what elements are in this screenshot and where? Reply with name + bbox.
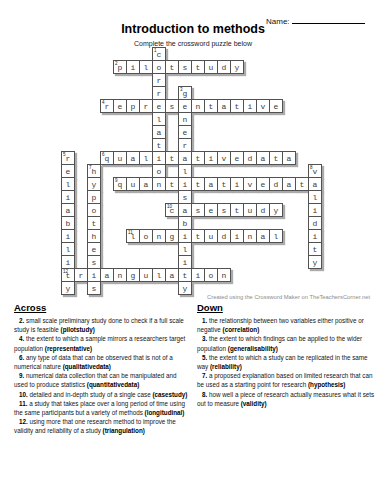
- cell-letter: n: [118, 272, 123, 280]
- cell-letter: l: [66, 181, 71, 189]
- cell-letter: s: [183, 194, 188, 202]
- clue-number: 3: [180, 87, 183, 92]
- cell-letter: s: [92, 285, 97, 293]
- grid-cell-r8c9[interactable]: a: [178, 151, 192, 165]
- cell-letter: s: [170, 103, 175, 111]
- grid-cell-r10c9[interactable]: i: [178, 177, 192, 191]
- grid-cell-r4c9[interactable]: e: [178, 99, 192, 113]
- clue-number: 8: [310, 165, 313, 170]
- grid-cell-r3c9[interactable]: 3g: [178, 86, 192, 100]
- cell-letter: p: [118, 64, 123, 72]
- cell-letter: p: [131, 103, 136, 111]
- grid-cell-r2c7[interactable]: r: [152, 73, 166, 87]
- cell-letter: t: [209, 103, 214, 111]
- across-heading: Across: [14, 302, 189, 313]
- cell-letter: u: [248, 207, 253, 215]
- grid-cell-r14c2[interactable]: h: [87, 229, 101, 243]
- cell-letter: e: [209, 207, 214, 215]
- grid-cell-r17c7[interactable]: l: [152, 268, 166, 282]
- cell-letter: b: [66, 220, 71, 228]
- cell-letter: t: [157, 142, 162, 150]
- grid-cell-r10c16[interactable]: d: [269, 177, 283, 191]
- across-clue-12: 12. using more that one research method …: [14, 417, 189, 435]
- cell-letter: i: [131, 64, 136, 72]
- cell-letter: u: [118, 155, 123, 163]
- cell-letter: l: [183, 246, 188, 254]
- cell-letter: y: [92, 181, 97, 189]
- cell-letter: i: [235, 181, 240, 189]
- grid-cell-r1c9[interactable]: s: [178, 60, 192, 74]
- across-clue-11: 11. a study that takes place over a long…: [14, 399, 189, 417]
- grid-cell-r14c8[interactable]: g: [165, 229, 179, 243]
- grid-cell-r17c11[interactable]: o: [204, 268, 218, 282]
- grid-cell-r9c0[interactable]: e: [61, 164, 75, 178]
- grid-cell-r16c9[interactable]: i: [178, 255, 192, 269]
- cell-letter: r: [66, 155, 71, 163]
- grid-cell-r8c6[interactable]: l: [139, 151, 153, 165]
- cell-letter: e: [118, 103, 123, 111]
- clue-number: 1: [154, 48, 157, 53]
- cell-letter: l: [313, 194, 318, 202]
- down-clue-list: 1. the relationship between two variable…: [197, 316, 375, 408]
- cell-letter: t: [196, 233, 201, 241]
- grid-cell-r5c7[interactable]: l: [152, 112, 166, 126]
- grid-cell-r4c7[interactable]: e: [152, 99, 166, 113]
- grid-cell-r1c11[interactable]: u: [204, 60, 218, 74]
- grid-cell-r8c0[interactable]: 5r: [61, 151, 75, 165]
- cell-letter: u: [209, 233, 214, 241]
- grid-cell-r8c5[interactable]: a: [126, 151, 140, 165]
- cell-letter: l: [66, 246, 71, 254]
- cell-letter: y: [313, 259, 318, 267]
- grid-cell-r12c13[interactable]: t: [230, 203, 244, 217]
- grid-cell-r11c2[interactable]: p: [87, 190, 101, 204]
- cell-letter: r: [105, 103, 110, 111]
- grid-cell-r15c0[interactable]: l: [61, 242, 75, 256]
- grid-cell-r15c2[interactable]: e: [87, 242, 101, 256]
- cell-letter: t: [170, 181, 175, 189]
- cell-letter: i: [183, 259, 188, 267]
- grid-cell-r13c9[interactable]: b: [178, 216, 192, 230]
- cell-letter: l: [144, 155, 149, 163]
- cell-letter: y: [235, 64, 240, 72]
- grid-cell-r1c10[interactable]: t: [191, 60, 205, 74]
- grid-cell-r8c12[interactable]: v: [217, 151, 231, 165]
- cell-letter: d: [261, 207, 266, 215]
- cell-letter: o: [157, 64, 162, 72]
- cell-letter: l: [157, 272, 162, 280]
- across-clue-list: 2. small scale preliminary study done to…: [14, 316, 189, 436]
- cell-letter: s: [196, 207, 201, 215]
- grid-cell-r17c5[interactable]: g: [126, 268, 140, 282]
- cell-letter: o: [209, 272, 214, 280]
- cell-letter: v: [248, 181, 253, 189]
- grid-cell-r14c9[interactable]: i: [178, 229, 192, 243]
- grid-cell-r9c9[interactable]: l: [178, 164, 192, 178]
- cell-letter: h: [92, 233, 97, 241]
- credit-line: Created using the Crossword Maker on The…: [197, 294, 370, 300]
- cell-letter: a: [183, 155, 188, 163]
- grid-cell-r4c5[interactable]: p: [126, 99, 140, 113]
- cell-letter: n: [222, 272, 227, 280]
- cell-letter: y: [274, 207, 279, 215]
- grid-cell-r4c4[interactable]: e: [113, 99, 127, 113]
- grid-cell-r18c2[interactable]: s: [87, 281, 101, 295]
- cell-letter: a: [222, 103, 227, 111]
- cell-letter: d: [222, 64, 227, 72]
- grid-cell-r14c7[interactable]: n: [152, 229, 166, 243]
- grid-cell-r17c4[interactable]: n: [113, 268, 127, 282]
- cell-letter: a: [287, 181, 292, 189]
- grid-cell-r10c2[interactable]: y: [87, 177, 101, 191]
- cell-letter: a: [105, 272, 110, 280]
- grid-cell-r1c6[interactable]: l: [139, 60, 153, 74]
- cell-letter: i: [157, 155, 162, 163]
- cell-letter: t: [170, 64, 175, 72]
- cell-letter: g: [183, 90, 188, 98]
- across-section: Across 2. small scale preliminary study …: [14, 302, 189, 436]
- across-clue-4: 4. the extent to which a sample mirrors …: [14, 334, 189, 352]
- down-clue-8: 8. how well a piece of research actually…: [197, 390, 375, 408]
- cell-letter: n: [157, 233, 162, 241]
- cell-letter: g: [170, 233, 175, 241]
- grid-cell-r14c14[interactable]: n: [243, 229, 257, 243]
- cell-letter: d: [222, 233, 227, 241]
- grid-cell-r8c3[interactable]: 6q: [100, 151, 114, 165]
- down-section: Down 1. the relationship between two var…: [197, 302, 375, 408]
- grid-cell-r17c10[interactable]: i: [191, 268, 205, 282]
- clue-number: 7: [89, 165, 92, 170]
- grid-cell-r17c3[interactable]: a: [100, 268, 114, 282]
- cell-letter: s: [92, 259, 97, 267]
- clue-number: 6: [102, 152, 105, 157]
- grid-cell-r12c11[interactable]: e: [204, 203, 218, 217]
- cell-letter: t: [313, 246, 318, 254]
- cell-letter: t: [235, 207, 240, 215]
- grid-cell-r10c12[interactable]: t: [217, 177, 231, 191]
- grid-cell-r12c14[interactable]: u: [243, 203, 257, 217]
- grid-cell-r12c2[interactable]: o: [87, 203, 101, 217]
- cell-letter: i: [196, 272, 201, 280]
- grid-cell-r17c6[interactable]: u: [139, 268, 153, 282]
- across-clue-10: 10. detailed and in-depth study of a sin…: [14, 390, 189, 399]
- grid-cell-r13c0[interactable]: b: [61, 216, 75, 230]
- grid-cell-r6c9[interactable]: e: [178, 125, 192, 139]
- cell-letter: a: [170, 272, 175, 280]
- grid-cell-r17c9[interactable]: t: [178, 268, 192, 282]
- cell-letter: i: [66, 194, 71, 202]
- across-clue-9: 9. numerical data collection that can be…: [14, 371, 189, 389]
- grid-cell-r11c0[interactable]: i: [61, 190, 75, 204]
- grid-cell-r3c7[interactable]: r: [152, 86, 166, 100]
- cell-letter: i: [209, 155, 214, 163]
- grid-cell-r10c18[interactable]: t: [295, 177, 309, 191]
- down-heading: Down: [197, 302, 375, 313]
- cell-letter: i: [313, 207, 318, 215]
- cell-letter: u: [131, 181, 136, 189]
- cell-letter: a: [261, 155, 266, 163]
- grid-cell-r8c11[interactable]: i: [204, 151, 218, 165]
- cell-letter: l: [157, 116, 162, 124]
- grid-cell-r14c19[interactable]: i: [308, 229, 322, 243]
- cell-letter: l: [144, 64, 149, 72]
- grid-cell-r18c9[interactable]: y: [178, 281, 192, 295]
- grid-cell-r8c4[interactable]: u: [113, 151, 127, 165]
- grid-cell-r17c12[interactable]: n: [217, 268, 231, 282]
- cell-letter: i: [66, 259, 71, 267]
- grid-cell-r12c16[interactable]: y: [269, 203, 283, 217]
- cell-letter: i: [66, 233, 71, 241]
- cell-letter: c: [157, 51, 162, 59]
- cell-letter: v: [313, 168, 318, 176]
- grid-cell-r7c7[interactable]: t: [152, 138, 166, 152]
- cell-letter: e: [157, 103, 162, 111]
- cell-letter: a: [209, 181, 214, 189]
- cell-letter: t: [196, 64, 201, 72]
- grid-cell-r1c12[interactable]: d: [217, 60, 231, 74]
- grid-cell-r17c2[interactable]: i: [87, 268, 101, 282]
- grid-cell-r15c9[interactable]: l: [178, 242, 192, 256]
- grid-cell-r8c17[interactable]: a: [282, 151, 296, 165]
- cell-letter: i: [183, 233, 188, 241]
- cell-letter: l: [274, 233, 279, 241]
- grid-cell-r9c19[interactable]: 8v: [308, 164, 322, 178]
- grid-cell-r14c11[interactable]: u: [204, 229, 218, 243]
- cell-letter: e: [92, 246, 97, 254]
- cell-letter: r: [183, 142, 188, 150]
- cell-letter: v: [222, 155, 227, 163]
- grid-cell-r0c7[interactable]: 1c: [152, 47, 166, 61]
- cell-letter: h: [92, 168, 97, 176]
- grid-cell-r14c13[interactable]: i: [230, 229, 244, 243]
- grid-cell-r8c15[interactable]: a: [256, 151, 270, 165]
- cell-letter: u: [144, 272, 149, 280]
- cell-letter: r: [79, 272, 84, 280]
- worksheet-page: { "game": "crossword", "header": { "name…: [0, 0, 386, 500]
- grid-cell-r4c11[interactable]: t: [204, 99, 218, 113]
- grid-cell-r9c7[interactable]: o: [152, 164, 166, 178]
- grid-cell-r12c8[interactable]: 10c: [165, 203, 179, 217]
- grid-cell-r15c19[interactable]: t: [308, 242, 322, 256]
- cell-letter: q: [105, 155, 110, 163]
- cell-letter: o: [92, 207, 97, 215]
- down-clue-5: 5. the extent to which a study can be re…: [197, 353, 375, 371]
- down-clue-7: 7. a proposed explanation based on limit…: [197, 371, 375, 389]
- cell-letter: t: [300, 181, 305, 189]
- cell-letter: n: [196, 103, 201, 111]
- cell-letter: r: [144, 103, 149, 111]
- cell-letter: n: [248, 233, 253, 241]
- cell-letter: a: [313, 181, 318, 189]
- cell-letter: y: [183, 285, 188, 293]
- grid-cell-r10c6[interactable]: a: [139, 177, 153, 191]
- grid-cell-r12c0[interactable]: a: [61, 203, 75, 217]
- grid-cell-r14c15[interactable]: a: [256, 229, 270, 243]
- cell-letter: t: [196, 155, 201, 163]
- cell-letter: a: [131, 155, 136, 163]
- grid-cell-r4c16[interactable]: e: [269, 99, 283, 113]
- across-clue-6: 6. any type of data that can be observed…: [14, 353, 189, 371]
- grid-cell-r10c14[interactable]: v: [243, 177, 257, 191]
- cell-letter: l: [183, 168, 188, 176]
- grid-cell-r8c16[interactable]: t: [269, 151, 283, 165]
- grid-cell-r6c7[interactable]: a: [152, 125, 166, 139]
- cell-letter: e: [261, 181, 266, 189]
- grid-cell-r8c13[interactable]: e: [230, 151, 244, 165]
- grid-cell-r10c0[interactable]: l: [61, 177, 75, 191]
- cell-letter: a: [66, 207, 71, 215]
- clue-number: 5: [63, 152, 66, 157]
- grid-cell-r7c9[interactable]: r: [178, 138, 192, 152]
- grid-cell-r17c1[interactable]: r: [74, 268, 88, 282]
- clue-number: 9: [115, 178, 118, 183]
- grid-cell-r1c4[interactable]: 2p: [113, 60, 127, 74]
- grid-cell-r13c19[interactable]: d: [308, 216, 322, 230]
- grid-cell-r12c15[interactable]: d: [256, 203, 270, 217]
- cell-letter: a: [287, 155, 292, 163]
- grid-cell-r9c2[interactable]: 7h: [87, 164, 101, 178]
- cell-letter: u: [209, 64, 214, 72]
- grid-cell-r14c6[interactable]: o: [139, 229, 153, 243]
- cell-letter: e: [274, 103, 279, 111]
- cell-letter: a: [183, 207, 188, 215]
- grid-cell-r8c8[interactable]: t: [165, 151, 179, 165]
- grid-cell-r1c13[interactable]: y: [230, 60, 244, 74]
- cell-letter: t: [196, 181, 201, 189]
- grid-cell-r12c10[interactable]: s: [191, 203, 205, 217]
- grid-cell-r10c4[interactable]: 9q: [113, 177, 127, 191]
- grid-cell-r18c0[interactable]: y: [61, 281, 75, 295]
- cell-letter: i: [235, 233, 240, 241]
- cell-letter: n: [183, 116, 188, 124]
- grid-cell-r10c13[interactable]: i: [230, 177, 244, 191]
- cell-letter: v: [261, 103, 266, 111]
- page-subtitle: Complete the crossword puzzle below: [0, 40, 386, 47]
- cell-letter: a: [157, 129, 162, 137]
- grid-cell-r16c2[interactable]: s: [87, 255, 101, 269]
- grid-cell-r4c15[interactable]: v: [256, 99, 270, 113]
- cell-letter: s: [183, 64, 188, 72]
- grid-cell-r4c10[interactable]: n: [191, 99, 205, 113]
- crossword-grid: 1c2pilotstudyrr3g4representativelnaetr5r…: [61, 47, 323, 296]
- cell-letter: y: [66, 285, 71, 293]
- grid-cell-r10c5[interactable]: u: [126, 177, 140, 191]
- cell-letter: t: [274, 155, 279, 163]
- cell-letter: t: [92, 220, 97, 228]
- cell-letter: a: [144, 181, 149, 189]
- grid-cell-r1c7[interactable]: o: [152, 60, 166, 74]
- cell-letter: e: [66, 168, 71, 176]
- grid-cell-r14c16[interactable]: l: [269, 229, 283, 243]
- cell-letter: g: [131, 272, 136, 280]
- cell-letter: d: [248, 155, 253, 163]
- cell-letter: b: [183, 220, 188, 228]
- grid-cell-r14c0[interactable]: i: [61, 229, 75, 243]
- grid-cell-r14c12[interactable]: d: [217, 229, 231, 243]
- grid-cell-r1c5[interactable]: i: [126, 60, 140, 74]
- grid-cell-r4c3[interactable]: 4r: [100, 99, 114, 113]
- page-title: Introduction to methods: [0, 22, 386, 36]
- cell-letter: t: [235, 103, 240, 111]
- cell-letter: a: [261, 233, 266, 241]
- grid-cell-r4c8[interactable]: s: [165, 99, 179, 113]
- grid-cell-r17c0[interactable]: 12t: [61, 268, 75, 282]
- cell-letter: q: [118, 181, 123, 189]
- cell-letter: e: [183, 129, 188, 137]
- clue-number: 4: [102, 100, 105, 105]
- down-clue-1: 1. the relationship between two variable…: [197, 316, 375, 334]
- grid-cell-r8c10[interactable]: t: [191, 151, 205, 165]
- grid-cell-r17c8[interactable]: a: [165, 268, 179, 282]
- cell-letter: o: [157, 168, 162, 176]
- clue-number: 11: [128, 230, 133, 235]
- cell-letter: i: [92, 272, 97, 280]
- cell-letter: p: [92, 194, 97, 202]
- grid-cell-r13c2[interactable]: t: [87, 216, 101, 230]
- grid-cell-r12c9[interactable]: a: [178, 203, 192, 217]
- cell-letter: o: [144, 233, 149, 241]
- cell-letter: t: [222, 181, 227, 189]
- cell-letter: r: [157, 90, 162, 98]
- grid-cell-r16c19[interactable]: y: [308, 255, 322, 269]
- grid-cell-r16c0[interactable]: i: [61, 255, 75, 269]
- grid-cell-r4c14[interactable]: i: [243, 99, 257, 113]
- cell-letter: e: [183, 103, 188, 111]
- grid-cell-r10c15[interactable]: e: [256, 177, 270, 191]
- grid-cell-r11c9[interactable]: s: [178, 190, 192, 204]
- cell-letter: t: [170, 155, 175, 163]
- cell-letter: r: [157, 77, 162, 85]
- grid-cell-r8c14[interactable]: d: [243, 151, 257, 165]
- grid-cell-r10c11[interactable]: a: [204, 177, 218, 191]
- cell-letter: s: [222, 207, 227, 215]
- grid-cell-r5c9[interactable]: n: [178, 112, 192, 126]
- grid-cell-r12c12[interactable]: s: [217, 203, 231, 217]
- grid-cell-r10c17[interactable]: a: [282, 177, 296, 191]
- grid-cell-r4c6[interactable]: r: [139, 99, 153, 113]
- grid-cell-r10c8[interactable]: t: [165, 177, 179, 191]
- grid-cell-r10c10[interactable]: t: [191, 177, 205, 191]
- grid-cell-r10c7[interactable]: n: [152, 177, 166, 191]
- grid-cell-r11c19[interactable]: l: [308, 190, 322, 204]
- grid-cell-r14c5[interactable]: 11l: [126, 229, 140, 243]
- grid-cell-r14c10[interactable]: t: [191, 229, 205, 243]
- across-clue-2: 2. small scale preliminary study done to…: [14, 316, 189, 334]
- cell-letter: i: [248, 103, 253, 111]
- cell-letter: t: [183, 272, 188, 280]
- cell-letter: e: [235, 155, 240, 163]
- grid-cell-r1c8[interactable]: t: [165, 60, 179, 74]
- cell-letter: n: [157, 181, 162, 189]
- down-clue-3: 3. the extent to which findings can be a…: [197, 334, 375, 352]
- grid-cell-r10c19[interactable]: a: [308, 177, 322, 191]
- clue-number: 10: [167, 204, 172, 209]
- clue-number: 2: [115, 61, 118, 66]
- clue-number: 12: [63, 269, 68, 274]
- cell-letter: i: [313, 233, 318, 241]
- cell-letter: i: [183, 181, 188, 189]
- grid-cell-r4c13[interactable]: t: [230, 99, 244, 113]
- cell-letter: d: [313, 220, 318, 228]
- cell-letter: d: [274, 181, 279, 189]
- grid-cell-r12c19[interactable]: i: [308, 203, 322, 217]
- grid-cell-r8c7[interactable]: i: [152, 151, 166, 165]
- grid-cell-r4c12[interactable]: a: [217, 99, 231, 113]
